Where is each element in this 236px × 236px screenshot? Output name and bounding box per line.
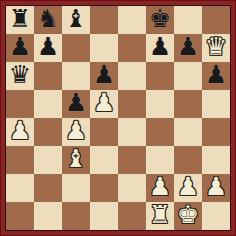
square-e1[interactable] bbox=[118, 202, 146, 230]
board-frame: ♜♞♝♚♟♟♟♟♛♛♟♟♟♟♟♟♝♟♟♟♜♚ bbox=[0, 0, 236, 236]
square-f4[interactable] bbox=[146, 118, 174, 146]
square-c2[interactable] bbox=[62, 174, 90, 202]
square-g4[interactable] bbox=[174, 118, 202, 146]
white-bishop-piece[interactable]: ♝ bbox=[65, 146, 87, 173]
square-a2[interactable] bbox=[6, 174, 34, 202]
square-e4[interactable] bbox=[118, 118, 146, 146]
square-d5[interactable]: ♟ bbox=[90, 90, 118, 118]
square-f6[interactable] bbox=[146, 62, 174, 90]
square-h3[interactable] bbox=[202, 146, 230, 174]
white-king-piece[interactable]: ♚ bbox=[177, 202, 199, 229]
square-d3[interactable] bbox=[90, 146, 118, 174]
white-pawn-piece[interactable]: ♟ bbox=[65, 118, 87, 145]
square-a4[interactable]: ♟ bbox=[6, 118, 34, 146]
square-e6[interactable] bbox=[118, 62, 146, 90]
square-f8[interactable]: ♚ bbox=[146, 6, 174, 34]
square-h1[interactable] bbox=[202, 202, 230, 230]
square-d6[interactable]: ♟ bbox=[90, 62, 118, 90]
white-pawn-piece[interactable]: ♟ bbox=[9, 118, 31, 145]
square-b8[interactable]: ♞ bbox=[34, 6, 62, 34]
square-g1[interactable]: ♚ bbox=[174, 202, 202, 230]
square-f2[interactable]: ♟ bbox=[146, 174, 174, 202]
square-a5[interactable] bbox=[6, 90, 34, 118]
square-h7[interactable]: ♛ bbox=[202, 34, 230, 62]
square-e5[interactable] bbox=[118, 90, 146, 118]
square-g2[interactable]: ♟ bbox=[174, 174, 202, 202]
square-e7[interactable] bbox=[118, 34, 146, 62]
square-a3[interactable] bbox=[6, 146, 34, 174]
square-a7[interactable]: ♟ bbox=[6, 34, 34, 62]
white-pawn-piece[interactable]: ♟ bbox=[177, 174, 199, 201]
black-rook-piece[interactable]: ♜ bbox=[9, 6, 31, 33]
square-b1[interactable] bbox=[34, 202, 62, 230]
square-c7[interactable] bbox=[62, 34, 90, 62]
square-d2[interactable] bbox=[90, 174, 118, 202]
square-c1[interactable] bbox=[62, 202, 90, 230]
square-b4[interactable] bbox=[34, 118, 62, 146]
black-knight-piece[interactable]: ♞ bbox=[37, 6, 59, 33]
black-pawn-piece[interactable]: ♟ bbox=[37, 34, 59, 61]
square-a8[interactable]: ♜ bbox=[6, 6, 34, 34]
black-bishop-piece[interactable]: ♝ bbox=[65, 6, 87, 33]
black-pawn-piece[interactable]: ♟ bbox=[149, 34, 171, 61]
square-a1[interactable] bbox=[6, 202, 34, 230]
square-e8[interactable] bbox=[118, 6, 146, 34]
board-inner-edge: ♜♞♝♚♟♟♟♟♛♛♟♟♟♟♟♟♝♟♟♟♜♚ bbox=[5, 5, 231, 231]
square-g7[interactable]: ♟ bbox=[174, 34, 202, 62]
square-h6[interactable]: ♟ bbox=[202, 62, 230, 90]
square-b5[interactable] bbox=[34, 90, 62, 118]
white-pawn-piece[interactable]: ♟ bbox=[205, 174, 227, 201]
square-d1[interactable] bbox=[90, 202, 118, 230]
black-pawn-piece[interactable]: ♟ bbox=[9, 34, 31, 61]
square-a6[interactable]: ♛ bbox=[6, 62, 34, 90]
square-b7[interactable]: ♟ bbox=[34, 34, 62, 62]
white-pawn-piece[interactable]: ♟ bbox=[149, 174, 171, 201]
white-pawn-piece[interactable]: ♟ bbox=[93, 90, 115, 117]
square-f5[interactable] bbox=[146, 90, 174, 118]
square-f3[interactable] bbox=[146, 146, 174, 174]
black-pawn-piece[interactable]: ♟ bbox=[205, 62, 227, 89]
square-b6[interactable] bbox=[34, 62, 62, 90]
black-king-piece[interactable]: ♚ bbox=[149, 6, 171, 33]
white-queen-piece[interactable]: ♛ bbox=[205, 34, 227, 61]
square-c8[interactable]: ♝ bbox=[62, 6, 90, 34]
black-pawn-piece[interactable]: ♟ bbox=[65, 90, 87, 117]
square-c6[interactable] bbox=[62, 62, 90, 90]
black-pawn-piece[interactable]: ♟ bbox=[93, 62, 115, 89]
square-d8[interactable] bbox=[90, 6, 118, 34]
black-pawn-piece[interactable]: ♟ bbox=[177, 34, 199, 61]
square-f1[interactable]: ♜ bbox=[146, 202, 174, 230]
square-g6[interactable] bbox=[174, 62, 202, 90]
square-c5[interactable]: ♟ bbox=[62, 90, 90, 118]
square-e2[interactable] bbox=[118, 174, 146, 202]
square-d4[interactable] bbox=[90, 118, 118, 146]
square-c4[interactable]: ♟ bbox=[62, 118, 90, 146]
white-rook-piece[interactable]: ♜ bbox=[149, 202, 171, 229]
square-h4[interactable] bbox=[202, 118, 230, 146]
black-queen-piece[interactable]: ♛ bbox=[9, 62, 31, 89]
square-h8[interactable] bbox=[202, 6, 230, 34]
square-g5[interactable] bbox=[174, 90, 202, 118]
square-e3[interactable] bbox=[118, 146, 146, 174]
square-g8[interactable] bbox=[174, 6, 202, 34]
chess-board: ♜♞♝♚♟♟♟♟♛♛♟♟♟♟♟♟♝♟♟♟♜♚ bbox=[6, 6, 230, 230]
square-h2[interactable]: ♟ bbox=[202, 174, 230, 202]
square-b2[interactable] bbox=[34, 174, 62, 202]
square-d7[interactable] bbox=[90, 34, 118, 62]
square-c3[interactable]: ♝ bbox=[62, 146, 90, 174]
square-g3[interactable] bbox=[174, 146, 202, 174]
square-h5[interactable] bbox=[202, 90, 230, 118]
square-b3[interactable] bbox=[34, 146, 62, 174]
square-f7[interactable]: ♟ bbox=[146, 34, 174, 62]
